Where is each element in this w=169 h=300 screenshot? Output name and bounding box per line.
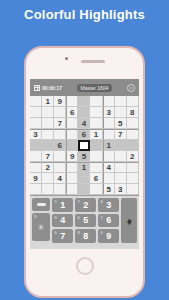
- cell-r8c6[interactable]: 6: [90, 173, 102, 184]
- cell-r3c8[interactable]: 5: [115, 118, 127, 129]
- cell-r6c8[interactable]: [115, 151, 127, 162]
- cell-r2c7[interactable]: 3: [103, 107, 115, 118]
- settings-icon[interactable]: ●: [127, 84, 135, 92]
- cell-r6c6[interactable]: [90, 151, 102, 162]
- cell-r2c4[interactable]: 6: [66, 107, 78, 118]
- digit-key-label: 7: [60, 231, 65, 241]
- cell-r6c5[interactable]: 5: [78, 151, 90, 162]
- timer-label: 00:00:17: [42, 85, 62, 91]
- diamond-action-button[interactable]: ♦: [121, 198, 137, 243]
- digit-key-9[interactable]: 69: [98, 229, 119, 243]
- cell-r1c5[interactable]: [78, 96, 90, 107]
- digit-key-label: 5: [83, 215, 88, 225]
- cell-r2c1[interactable]: [30, 107, 42, 118]
- cell-r3c1[interactable]: [30, 118, 42, 129]
- cell-r9c2[interactable]: [42, 184, 54, 195]
- cell-r4c2[interactable]: [42, 129, 54, 140]
- cell-r9c5[interactable]: [78, 184, 90, 195]
- cell-r6c1[interactable]: [30, 151, 42, 162]
- digit-key-5[interactable]: 65: [75, 214, 96, 228]
- digit-remaining-count: 6: [54, 215, 56, 220]
- digit-key-label: 6: [106, 215, 111, 225]
- cell-r4c6[interactable]: 1: [90, 129, 102, 140]
- camera-dot: [65, 57, 68, 60]
- cell-r4c9[interactable]: [127, 129, 139, 140]
- cell-r8c3[interactable]: 4: [54, 173, 66, 184]
- hint-icon: ✳: [38, 223, 45, 232]
- cell-r4c8[interactable]: 7: [115, 129, 127, 140]
- diamond-icon: ♦: [126, 215, 132, 227]
- cell-r5c7[interactable]: 1: [103, 140, 115, 151]
- digit-remaining-count: 6: [54, 230, 56, 235]
- hint-count-badge: 3: [34, 214, 36, 219]
- cell-r5c2[interactable]: [42, 140, 54, 151]
- cell-r5c4[interactable]: [66, 140, 78, 151]
- cell-r6c4[interactable]: 9: [66, 151, 78, 162]
- cell-r1c7[interactable]: [103, 96, 115, 107]
- digit-key-7[interactable]: 67: [52, 229, 73, 243]
- cell-r4c3[interactable]: [54, 129, 66, 140]
- cell-r7c7[interactable]: 4: [103, 162, 115, 173]
- phone-mockup: 00:00:17 Master 1604 ● 19638745361761795…: [24, 46, 145, 298]
- digit-key-1[interactable]: 51: [52, 198, 73, 212]
- sudoku-board: 19638745361761795221494653: [30, 96, 139, 196]
- cell-r5c1[interactable]: [30, 140, 42, 151]
- cell-r1c3[interactable]: 9: [54, 96, 66, 107]
- app-screen: 00:00:17 Master 1604 ● 19638745361761795…: [30, 79, 139, 249]
- cell-r3c5[interactable]: 4: [78, 118, 90, 129]
- digit-remaining-count: 5: [100, 215, 102, 220]
- cell-r4c7[interactable]: [103, 129, 115, 140]
- rank-badge[interactable]: Master 1604: [77, 84, 113, 92]
- cell-r5c9[interactable]: [127, 140, 139, 151]
- digit-key-4[interactable]: 64: [52, 214, 73, 228]
- cell-r1c6[interactable]: [90, 96, 102, 107]
- digit-key-label: 9: [106, 231, 111, 241]
- cell-r7c5[interactable]: 1: [78, 162, 90, 173]
- digit-key-2[interactable]: 72: [75, 198, 96, 212]
- cell-r9c7[interactable]: 5: [103, 184, 115, 195]
- cell-r1c1[interactable]: [30, 96, 42, 107]
- cell-r2c8[interactable]: [115, 107, 127, 118]
- cell-r1c2[interactable]: 1: [42, 96, 54, 107]
- cell-r7c9[interactable]: [127, 162, 139, 173]
- cell-r3c6[interactable]: [90, 118, 102, 129]
- keypad: 3 ✳ 517263646556678869 ♦: [30, 196, 139, 241]
- cell-r3c9[interactable]: [127, 118, 139, 129]
- cell-r7c8[interactable]: [115, 162, 127, 173]
- cell-r9c6[interactable]: [90, 184, 102, 195]
- cell-r4c1[interactable]: 3: [30, 129, 42, 140]
- cell-r8c5[interactable]: [78, 173, 90, 184]
- eraser-button[interactable]: [32, 198, 50, 211]
- cell-r9c4[interactable]: [66, 184, 78, 195]
- cell-r1c4[interactable]: [66, 96, 78, 107]
- hint-button[interactable]: 3 ✳: [32, 213, 50, 241]
- cell-r2c9[interactable]: 8: [127, 107, 139, 118]
- cell-r9c3[interactable]: [54, 184, 66, 195]
- sudoku-board-icon: [34, 85, 40, 91]
- cell-r7c2[interactable]: 2: [42, 162, 54, 173]
- eraser-icon: [37, 203, 46, 206]
- cell-r8c4[interactable]: [66, 173, 78, 184]
- cell-r9c1[interactable]: [30, 184, 42, 195]
- cell-r2c5[interactable]: [78, 107, 90, 118]
- number-pad: 517263646556678869: [52, 198, 119, 241]
- cell-r6c7[interactable]: [103, 151, 115, 162]
- cell-r2c2[interactable]: [42, 107, 54, 118]
- digit-key-8[interactable]: 88: [75, 229, 96, 243]
- cell-r6c3[interactable]: [54, 151, 66, 162]
- digit-key-label: 8: [83, 231, 88, 241]
- cell-r8c7[interactable]: [103, 173, 115, 184]
- cell-r6c2[interactable]: 7: [42, 151, 54, 162]
- cell-r5c5[interactable]: [78, 140, 90, 151]
- cell-r8c2[interactable]: [42, 173, 54, 184]
- page-title: Colorful Highlights: [0, 7, 169, 22]
- digit-remaining-count: 8: [77, 230, 79, 235]
- app-header: 00:00:17 Master 1604 ●: [30, 79, 139, 96]
- cell-r7c6[interactable]: [90, 162, 102, 173]
- digit-key-label: 4: [60, 215, 65, 225]
- home-button[interactable]: [76, 257, 94, 275]
- cell-r1c9[interactable]: [127, 96, 139, 107]
- digit-key-label: 2: [83, 200, 88, 210]
- digit-key-label: 1: [60, 200, 65, 210]
- cell-r3c3[interactable]: 7: [54, 118, 66, 129]
- cell-r3c2[interactable]: [42, 118, 54, 129]
- digit-key-label: 3: [106, 200, 111, 210]
- cell-r2c3[interactable]: [54, 107, 66, 118]
- cell-r2c6[interactable]: [90, 107, 102, 118]
- cell-r5c3[interactable]: 6: [54, 140, 66, 151]
- cell-r7c4[interactable]: [66, 162, 78, 173]
- cell-r9c8[interactable]: 3: [115, 184, 127, 195]
- digit-remaining-count: 6: [77, 215, 79, 220]
- cell-r8c9[interactable]: [127, 173, 139, 184]
- cell-r6c9[interactable]: 2: [127, 151, 139, 162]
- cell-r7c1[interactable]: [30, 162, 42, 173]
- digit-remaining-count: 6: [100, 199, 102, 204]
- digit-key-6[interactable]: 56: [98, 214, 119, 228]
- speaker-slot: [81, 60, 105, 63]
- cell-r7c3[interactable]: [54, 162, 66, 173]
- cell-r8c8[interactable]: [115, 173, 127, 184]
- cell-r1c8[interactable]: [115, 96, 127, 107]
- digit-remaining-count: 6: [100, 230, 102, 235]
- cell-r4c5[interactable]: 6: [78, 129, 90, 140]
- digit-remaining-count: 5: [54, 199, 56, 204]
- cell-r5c6[interactable]: [90, 140, 102, 151]
- digit-remaining-count: 7: [77, 199, 79, 204]
- cell-r8c1[interactable]: 9: [30, 173, 42, 184]
- digit-key-3[interactable]: 63: [98, 198, 119, 212]
- cell-r5c8[interactable]: [115, 140, 127, 151]
- cell-r3c4[interactable]: [66, 118, 78, 129]
- cell-r4c4[interactable]: [66, 129, 78, 140]
- cell-r3c7[interactable]: [103, 118, 115, 129]
- cell-r9c9[interactable]: [127, 184, 139, 195]
